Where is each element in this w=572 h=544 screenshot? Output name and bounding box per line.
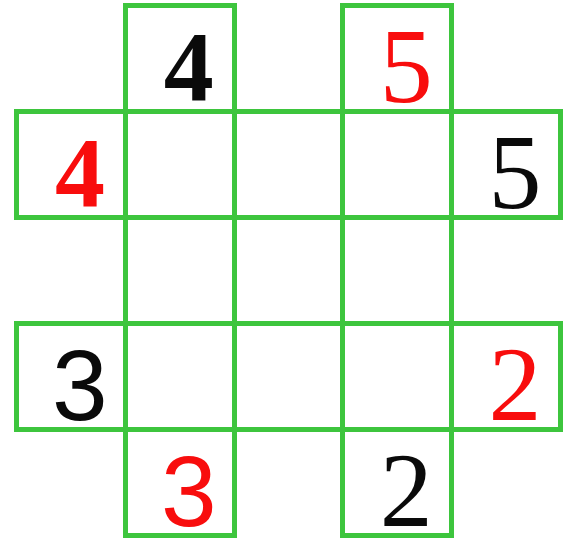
- empty-cell-r1c2[interactable]: [232, 109, 346, 220]
- empty-cell-r2c3[interactable]: [340, 215, 454, 326]
- clue-digit: 2: [489, 332, 542, 438]
- puzzle-board: 4 5 4 5 3: [0, 0, 572, 544]
- empty-cell-r1c3[interactable]: [340, 109, 454, 220]
- clue-cell-r0c3[interactable]: 5: [340, 3, 454, 114]
- clue-digit: 3: [52, 335, 108, 435]
- clue-cell-r4c3[interactable]: 2: [340, 427, 454, 538]
- empty-cell-r2c1[interactable]: [123, 215, 237, 326]
- clue-digit: 3: [161, 441, 217, 541]
- empty-cell-r2c2[interactable]: [232, 215, 346, 326]
- clue-cell-r1c0[interactable]: 4: [14, 109, 128, 220]
- clue-digit: 5: [489, 120, 542, 226]
- clue-digit: 2: [380, 438, 433, 544]
- puzzle-screenshot: 4 5 4 5 3: [0, 0, 572, 544]
- empty-cell-r1c1[interactable]: [123, 109, 237, 220]
- clue-cell-r1c4[interactable]: 5: [449, 109, 563, 220]
- empty-cell-r3c3[interactable]: [340, 321, 454, 432]
- empty-cell-r3c1[interactable]: [123, 321, 237, 432]
- clue-cell-r3c0[interactable]: 3: [14, 321, 128, 432]
- clue-digit: 4: [164, 17, 214, 117]
- empty-cell-r3c2[interactable]: [232, 321, 346, 432]
- clue-digit: 5: [380, 14, 433, 120]
- clue-cell-r0c1[interactable]: 4: [123, 3, 237, 114]
- clue-digit: 4: [55, 123, 105, 223]
- clue-cell-r4c1[interactable]: 3: [123, 427, 237, 538]
- clue-cell-r3c4[interactable]: 2: [449, 321, 563, 432]
